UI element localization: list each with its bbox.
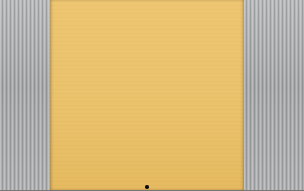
black-stone-icon <box>145 185 149 189</box>
stones-grid[interactable] <box>55 6 237 184</box>
move-caption <box>50 184 244 191</box>
right-metal-bar <box>244 0 304 190</box>
go-board[interactable] <box>50 0 244 190</box>
video-frame <box>0 0 304 190</box>
left-metal-bar <box>0 0 50 190</box>
top-coordinate-labels <box>55 0 237 6</box>
